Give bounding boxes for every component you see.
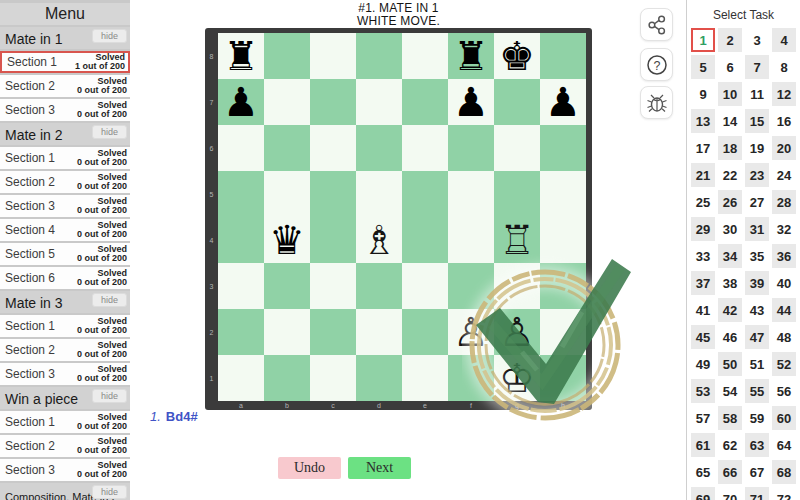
square-e3[interactable] [402, 263, 448, 309]
task-56[interactable]: 56 [772, 379, 796, 403]
square-c1[interactable] [310, 355, 356, 401]
rank-label-4: 4 [205, 217, 218, 263]
task-27[interactable]: 27 [745, 190, 769, 214]
square-b1[interactable] [264, 355, 310, 401]
rank-label-3: 3 [205, 263, 218, 309]
square-d4[interactable]: ♗ [356, 217, 402, 263]
square-f8[interactable]: ♜ [448, 33, 494, 79]
task-13[interactable]: 13 [691, 109, 715, 133]
task-61[interactable]: 61 [691, 433, 715, 457]
section-status: Solved1 out of 200 [75, 53, 125, 71]
section-status: Solved0 out of 200 [77, 149, 127, 167]
task-46[interactable]: 46 [718, 325, 742, 349]
square-b3[interactable] [264, 263, 310, 309]
square-c5[interactable] [310, 171, 356, 217]
share-button[interactable] [640, 8, 673, 41]
square-f6[interactable] [448, 125, 494, 171]
white-pawn[interactable]: ♙ [499, 309, 535, 355]
task-51[interactable]: 51 [745, 352, 769, 376]
square-a8[interactable]: ♜ [218, 33, 264, 79]
task-70[interactable]: 70 [718, 487, 742, 500]
menu-section-item[interactable]: Section 4Solved0 out of 200 [0, 219, 130, 241]
task-23[interactable]: 23 [745, 163, 769, 187]
square-g7[interactable] [494, 79, 540, 125]
section-label: Section 3 [5, 103, 55, 117]
menu-group-label: Mate in 1 [5, 31, 63, 47]
section-status: Solved0 out of 200 [77, 317, 127, 335]
square-e7[interactable] [402, 79, 448, 125]
section-label: Section 3 [5, 367, 55, 381]
square-c4[interactable] [310, 217, 356, 263]
section-status: Solved0 out of 200 [77, 341, 127, 359]
hide-button[interactable]: hide [92, 125, 127, 139]
task-1[interactable]: 1 [691, 28, 715, 52]
task-26[interactable]: 26 [718, 190, 742, 214]
puzzle-title-line2: WHITE MOVE. [205, 15, 592, 28]
black-pawn[interactable]: ♟ [223, 79, 259, 125]
task-69[interactable]: 69 [691, 487, 715, 500]
square-c6[interactable] [310, 125, 356, 171]
menu-section-item[interactable]: Section 2Solved0 out of 200 [0, 171, 130, 193]
file-label-h: h [540, 401, 586, 410]
task-31[interactable]: 31 [745, 217, 769, 241]
square-a1[interactable] [218, 355, 264, 401]
square-h2[interactable] [540, 309, 586, 355]
section-label: Section 3 [5, 199, 55, 213]
section-label: Section 2 [5, 175, 55, 189]
menu-group-header: Composition. Mate in 2hide [0, 483, 130, 500]
section-label: Section 1 [5, 151, 55, 165]
section-status: Solved0 out of 200 [77, 461, 127, 479]
task-39[interactable]: 39 [745, 271, 769, 295]
square-g8[interactable]: ♚ [494, 33, 540, 79]
help-button[interactable]: ? [640, 48, 673, 81]
hide-button[interactable]: hide [92, 29, 127, 43]
square-e6[interactable] [402, 125, 448, 171]
task-54[interactable]: 54 [718, 379, 742, 403]
square-a4[interactable] [218, 217, 264, 263]
section-status: Solved0 out of 200 [77, 173, 127, 191]
task-41[interactable]: 41 [691, 298, 715, 322]
square-g4[interactable]: ♖ [494, 217, 540, 263]
task-12[interactable]: 12 [772, 82, 796, 106]
section-label: Section 3 [5, 463, 55, 477]
square-c3[interactable] [310, 263, 356, 309]
square-g2[interactable]: ♙ [494, 309, 540, 355]
square-b7[interactable] [264, 79, 310, 125]
menu-title: Menu [0, 3, 130, 25]
square-c7[interactable] [310, 79, 356, 125]
square-b5[interactable] [264, 171, 310, 217]
file-label-e: e [402, 401, 448, 410]
task-62[interactable]: 62 [718, 433, 742, 457]
task-6[interactable]: 6 [718, 55, 742, 79]
square-b4[interactable]: ♛ [264, 217, 310, 263]
menu-section-item[interactable]: Section 1Solved1 out of 200 [0, 51, 130, 73]
undo-button[interactable]: Undo [278, 457, 341, 479]
rank-label-5: 5 [205, 171, 218, 217]
task-4[interactable]: 4 [772, 28, 796, 52]
square-a3[interactable] [218, 263, 264, 309]
task-5[interactable]: 5 [691, 55, 715, 79]
white-rook[interactable]: ♖ [499, 217, 535, 263]
task-65[interactable]: 65 [691, 460, 715, 484]
file-label-g: g [494, 401, 540, 410]
square-c2[interactable] [310, 309, 356, 355]
task-25[interactable]: 25 [691, 190, 715, 214]
task-18[interactable]: 18 [718, 136, 742, 160]
square-h6[interactable] [540, 125, 586, 171]
section-status: Solved0 out of 200 [77, 245, 127, 263]
rank-label-1: 1 [205, 355, 218, 401]
file-label-f: f [448, 401, 494, 410]
black-pawn[interactable]: ♟ [545, 79, 581, 125]
task-19[interactable]: 19 [745, 136, 769, 160]
task-2[interactable]: 2 [718, 28, 742, 52]
section-label: Section 2 [5, 343, 55, 357]
square-a5[interactable] [218, 171, 264, 217]
square-d7[interactable] [356, 79, 402, 125]
section-label: Section 1 [7, 55, 57, 69]
menu-group-label: Win a piece [5, 391, 78, 407]
menu-section-item[interactable]: Section 3Solved0 out of 200 [0, 99, 130, 121]
square-d3[interactable] [356, 263, 402, 309]
task-11[interactable]: 11 [745, 82, 769, 106]
task-16[interactable]: 16 [772, 109, 796, 133]
square-d1[interactable] [356, 355, 402, 401]
menu-section-item[interactable]: Section 1Solved0 out of 200 [0, 147, 130, 169]
task-43[interactable]: 43 [745, 298, 769, 322]
task-67[interactable]: 67 [745, 460, 769, 484]
task-38[interactable]: 38 [718, 271, 742, 295]
square-h8[interactable] [540, 33, 586, 79]
move-san: Bd4# [166, 409, 198, 424]
task-22[interactable]: 22 [718, 163, 742, 187]
task-35[interactable]: 35 [745, 244, 769, 268]
square-d2[interactable] [356, 309, 402, 355]
task-29[interactable]: 29 [691, 217, 715, 241]
task-8[interactable]: 8 [772, 55, 796, 79]
task-panel-title: Select Task [687, 0, 800, 28]
white-king[interactable]: ♔ [499, 355, 535, 401]
task-34[interactable]: 34 [718, 244, 742, 268]
square-g6[interactable] [494, 125, 540, 171]
task-57[interactable]: 57 [691, 406, 715, 430]
task-48[interactable]: 48 [772, 325, 796, 349]
square-f7[interactable]: ♟ [448, 79, 494, 125]
report-bug-button[interactable] [640, 86, 673, 119]
square-b2[interactable] [264, 309, 310, 355]
section-status: Solved0 out of 200 [77, 221, 127, 239]
task-15[interactable]: 15 [745, 109, 769, 133]
task-36[interactable]: 36 [772, 244, 796, 268]
square-e5[interactable] [402, 171, 448, 217]
section-label: Section 1 [5, 415, 55, 429]
file-label-a: a [218, 401, 264, 410]
section-status: Solved0 out of 200 [77, 77, 127, 95]
task-71[interactable]: 71 [745, 487, 769, 500]
task-24[interactable]: 24 [772, 163, 796, 187]
task-28[interactable]: 28 [772, 190, 796, 214]
task-17[interactable]: 17 [691, 136, 715, 160]
square-a2[interactable] [218, 309, 264, 355]
task-53[interactable]: 53 [691, 379, 715, 403]
section-status: Solved0 out of 200 [77, 413, 127, 431]
task-72[interactable]: 72 [772, 487, 796, 500]
menu-section-item[interactable]: Section 3Solved0 out of 200 [0, 363, 130, 385]
task-7[interactable]: 7 [745, 55, 769, 79]
menu-group-label: Mate in 2 [5, 127, 63, 143]
task-10[interactable]: 10 [718, 82, 742, 106]
next-button[interactable]: Next [348, 457, 411, 479]
square-f4[interactable] [448, 217, 494, 263]
black-rook[interactable]: ♜ [453, 33, 489, 79]
puzzle-title: #1. MATE IN 1 WHITE MOVE. [205, 2, 592, 28]
task-14[interactable]: 14 [718, 109, 742, 133]
rank-label-8: 8 [205, 33, 218, 79]
square-e1[interactable] [402, 355, 448, 401]
task-21[interactable]: 21 [691, 163, 715, 187]
section-label: Section 6 [5, 271, 55, 285]
chess-board[interactable]: 87654321 ♜♜♚♟♟♟♛♗♖♙♙♔ abcdefgh [205, 28, 592, 410]
task-68[interactable]: 68 [772, 460, 796, 484]
menu-section-item[interactable]: Section 1Solved0 out of 200 [0, 411, 130, 433]
task-3[interactable]: 3 [745, 28, 769, 52]
section-label: Section 2 [5, 79, 55, 93]
menu-section-item[interactable]: Section 3Solved0 out of 200 [0, 459, 130, 481]
square-h7[interactable]: ♟ [540, 79, 586, 125]
white-pawn[interactable]: ♙ [453, 309, 489, 355]
section-status: Solved0 out of 200 [77, 101, 127, 119]
square-h4[interactable] [540, 217, 586, 263]
section-label: Section 1 [5, 319, 55, 333]
task-42[interactable]: 42 [718, 298, 742, 322]
square-h1[interactable] [540, 355, 586, 401]
rank-label-6: 6 [205, 125, 218, 171]
task-64[interactable]: 64 [772, 433, 796, 457]
square-g5[interactable] [494, 171, 540, 217]
section-status: Solved0 out of 200 [77, 269, 127, 287]
question-icon: ? [645, 53, 669, 77]
task-63[interactable]: 63 [745, 433, 769, 457]
task-66[interactable]: 66 [718, 460, 742, 484]
square-d8[interactable] [356, 33, 402, 79]
section-label: Section 2 [5, 439, 55, 453]
menu-section-item[interactable]: Section 3Solved0 out of 200 [0, 195, 130, 217]
square-a6[interactable] [218, 125, 264, 171]
task-panel: Select Task 1234567891011121314151617181… [686, 0, 800, 500]
move-list: 1.Bd4# [150, 409, 198, 424]
square-d5[interactable] [356, 171, 402, 217]
task-47[interactable]: 47 [745, 325, 769, 349]
square-b6[interactable] [264, 125, 310, 171]
task-58[interactable]: 58 [718, 406, 742, 430]
task-32[interactable]: 32 [772, 217, 796, 241]
menu-group-header: Win a piecehide [0, 387, 130, 409]
menu-section-item[interactable]: Section 2Solved0 out of 200 [0, 75, 130, 97]
section-status: Solved0 out of 200 [77, 365, 127, 383]
task-37[interactable]: 37 [691, 271, 715, 295]
menu-section-item[interactable]: Section 5Solved0 out of 200 [0, 243, 130, 265]
square-e2[interactable] [402, 309, 448, 355]
rank-label-2: 2 [205, 309, 218, 355]
task-52[interactable]: 52 [772, 352, 796, 376]
file-label-b: b [264, 401, 310, 410]
square-e8[interactable] [402, 33, 448, 79]
menu-sidebar: Menu Mate in 1hideSection 1Solved1 out o… [0, 0, 130, 500]
task-40[interactable]: 40 [772, 271, 796, 295]
file-labels: abcdefgh [218, 401, 586, 410]
menu-group-header: Mate in 3hide [0, 291, 130, 313]
move-number: 1. [150, 409, 161, 424]
menu-section-item[interactable]: Section 2Solved0 out of 200 [0, 339, 130, 361]
task-20[interactable]: 20 [772, 136, 796, 160]
section-status: Solved0 out of 200 [77, 197, 127, 215]
square-f3[interactable] [448, 263, 494, 309]
file-label-c: c [310, 401, 356, 410]
section-label: Section 5 [5, 247, 55, 261]
rank-label-7: 7 [205, 79, 218, 125]
black-king[interactable]: ♚ [499, 33, 535, 79]
task-33[interactable]: 33 [691, 244, 715, 268]
white-bishop[interactable]: ♗ [361, 217, 397, 263]
menu-group-header: Mate in 2hide [0, 123, 130, 145]
task-45[interactable]: 45 [691, 325, 715, 349]
square-f1[interactable] [448, 355, 494, 401]
menu-section-item[interactable]: Section 1Solved0 out of 200 [0, 315, 130, 337]
menu-group-header: Mate in 1hide [0, 27, 130, 49]
square-g3[interactable] [494, 263, 540, 309]
menu-group-label: Mate in 3 [5, 295, 63, 311]
square-h5[interactable] [540, 171, 586, 217]
svg-text:?: ? [653, 58, 660, 72]
rank-labels: 87654321 [205, 33, 218, 401]
file-label-d: d [356, 401, 402, 410]
menu-section-item[interactable]: Section 6Solved0 out of 200 [0, 267, 130, 289]
task-9[interactable]: 9 [691, 82, 715, 106]
menu-section-item[interactable]: Section 2Solved0 out of 200 [0, 435, 130, 457]
task-55[interactable]: 55 [745, 379, 769, 403]
square-c8[interactable] [310, 33, 356, 79]
hide-button[interactable]: hide [92, 485, 127, 499]
square-h3[interactable] [540, 263, 586, 309]
square-a7[interactable]: ♟ [218, 79, 264, 125]
task-59[interactable]: 59 [745, 406, 769, 430]
bug-icon [645, 91, 669, 115]
task-49[interactable]: 49 [691, 352, 715, 376]
task-44[interactable]: 44 [772, 298, 796, 322]
task-30[interactable]: 30 [718, 217, 742, 241]
share-icon [646, 14, 668, 36]
section-label: Section 4 [5, 223, 55, 237]
task-60[interactable]: 60 [772, 406, 796, 430]
square-b8[interactable] [264, 33, 310, 79]
black-pawn[interactable]: ♟ [453, 79, 489, 125]
task-50[interactable]: 50 [718, 352, 742, 376]
hide-button[interactable]: hide [92, 389, 127, 403]
square-g1[interactable]: ♔ [494, 355, 540, 401]
square-f5[interactable] [448, 171, 494, 217]
black-queen[interactable]: ♛ [269, 217, 305, 263]
section-status: Solved0 out of 200 [77, 437, 127, 455]
black-rook[interactable]: ♜ [223, 33, 259, 79]
square-e4[interactable] [402, 217, 448, 263]
square-f2[interactable]: ♙ [448, 309, 494, 355]
hide-button[interactable]: hide [92, 293, 127, 307]
square-d6[interactable] [356, 125, 402, 171]
